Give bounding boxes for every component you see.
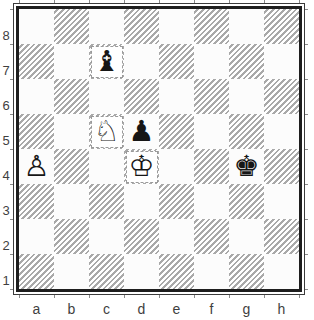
square-d2[interactable] [124, 219, 159, 254]
tick-mark [305, 9, 308, 10]
piece-black-king[interactable]: ♚ [234, 152, 260, 181]
square-d5[interactable]: ♟ [124, 114, 159, 149]
square-e3[interactable] [159, 184, 194, 219]
square-b6[interactable] [54, 79, 89, 114]
square-d1[interactable] [124, 254, 159, 289]
square-e7[interactable] [159, 44, 194, 79]
square-h8[interactable] [264, 9, 299, 44]
square-g5[interactable] [229, 114, 264, 149]
tick-mark [305, 149, 308, 150]
square-b8[interactable] [54, 9, 89, 44]
square-c5[interactable]: ♘ [89, 114, 124, 149]
square-h7[interactable] [264, 44, 299, 79]
square-c7[interactable]: ♝ [89, 44, 124, 79]
board-grid: ♝♘♟♙♔♚ [19, 9, 299, 289]
tick-mark [159, 295, 160, 298]
square-a3[interactable] [19, 184, 54, 219]
tick-mark [305, 289, 308, 290]
rank-label-3: 3 [0, 193, 12, 228]
square-g1[interactable] [229, 254, 264, 289]
square-c8[interactable] [89, 9, 124, 44]
tick-mark [305, 219, 308, 220]
square-c1[interactable] [89, 254, 124, 289]
file-label-b: b [54, 300, 89, 318]
piece-black-pawn[interactable]: ♟ [129, 117, 155, 146]
square-e4[interactable] [159, 149, 194, 184]
square-a5[interactable] [19, 114, 54, 149]
square-e6[interactable] [159, 79, 194, 114]
tick-mark [305, 254, 308, 255]
tick-mark [305, 44, 308, 45]
rank-label-2: 2 [0, 228, 12, 263]
square-h1[interactable] [264, 254, 299, 289]
tick-mark [305, 79, 308, 80]
square-a2[interactable] [19, 219, 54, 254]
file-label-d: d [124, 300, 159, 318]
tick-mark [229, 295, 230, 298]
square-a7[interactable] [19, 44, 54, 79]
tick-mark [89, 295, 90, 298]
square-b4[interactable] [54, 149, 89, 184]
square-b7[interactable] [54, 44, 89, 79]
tick-mark [305, 114, 308, 115]
square-f6[interactable] [194, 79, 229, 114]
square-h6[interactable] [264, 79, 299, 114]
square-d7[interactable] [124, 44, 159, 79]
rank-label-4: 4 [0, 158, 12, 193]
tick-mark [124, 295, 125, 298]
tick-mark [305, 184, 308, 185]
tick-mark [299, 295, 300, 298]
square-c2[interactable] [89, 219, 124, 254]
square-b1[interactable] [54, 254, 89, 289]
file-label-f: f [194, 300, 229, 318]
square-g2[interactable] [229, 219, 264, 254]
square-a1[interactable] [19, 254, 54, 289]
file-label-h: h [264, 300, 299, 318]
square-g4[interactable]: ♚ [229, 149, 264, 184]
square-f2[interactable] [194, 219, 229, 254]
file-label-a: a [19, 300, 54, 318]
square-e8[interactable] [159, 9, 194, 44]
square-g8[interactable] [229, 9, 264, 44]
piece-white-knight[interactable]: ♘ [91, 116, 123, 148]
square-c6[interactable] [89, 79, 124, 114]
file-label-e: e [159, 300, 194, 318]
square-b2[interactable] [54, 219, 89, 254]
piece-white-king[interactable]: ♔ [126, 151, 158, 183]
rank-label-7: 7 [0, 53, 12, 88]
square-f8[interactable] [194, 9, 229, 44]
square-h4[interactable] [264, 149, 299, 184]
chess-board: ♝♘♟♙♔♚ [13, 3, 305, 295]
rank-label-6: 6 [0, 88, 12, 123]
square-f7[interactable] [194, 44, 229, 79]
square-c4[interactable] [89, 149, 124, 184]
square-d4[interactable]: ♔ [124, 149, 159, 184]
tick-mark [54, 295, 55, 298]
file-label-g: g [229, 300, 264, 318]
square-h3[interactable] [264, 184, 299, 219]
square-g6[interactable] [229, 79, 264, 114]
square-d8[interactable] [124, 9, 159, 44]
rank-label-5: 5 [0, 123, 12, 158]
square-d3[interactable] [124, 184, 159, 219]
chess-diagram-page: 87654321 ♝♘♟♙♔♚ abcdefgh [0, 0, 314, 320]
square-f5[interactable] [194, 114, 229, 149]
square-e5[interactable] [159, 114, 194, 149]
file-label-c: c [89, 300, 124, 318]
square-d6[interactable] [124, 79, 159, 114]
piece-black-bishop[interactable]: ♝ [91, 46, 123, 78]
tick-mark [264, 295, 265, 298]
square-g3[interactable] [229, 184, 264, 219]
square-g7[interactable] [229, 44, 264, 79]
square-c3[interactable] [89, 184, 124, 219]
tick-mark [194, 295, 195, 298]
square-h2[interactable] [264, 219, 299, 254]
rank-label-8: 8 [0, 18, 12, 53]
square-f4[interactable] [194, 149, 229, 184]
board-inner-border: ♝♘♟♙♔♚ [16, 6, 302, 292]
square-f1[interactable] [194, 254, 229, 289]
square-e2[interactable] [159, 219, 194, 254]
square-e1[interactable] [159, 254, 194, 289]
square-a4[interactable]: ♙ [19, 149, 54, 184]
square-f3[interactable] [194, 184, 229, 219]
square-a6[interactable] [19, 79, 54, 114]
square-a8[interactable] [19, 9, 54, 44]
square-h5[interactable] [264, 114, 299, 149]
square-b5[interactable] [54, 114, 89, 149]
square-b3[interactable] [54, 184, 89, 219]
tick-mark [19, 295, 20, 298]
rank-label-1: 1 [0, 263, 12, 298]
piece-white-pawn[interactable]: ♙ [24, 152, 50, 181]
